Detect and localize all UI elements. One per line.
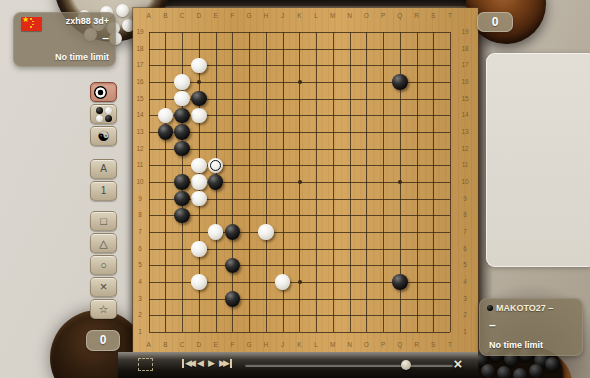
white-player-captures: – bbox=[102, 34, 109, 42]
x-mark-icon: × bbox=[100, 279, 108, 294]
coord-label-bottom: R bbox=[412, 341, 422, 349]
grid-line-h bbox=[149, 315, 450, 316]
stone-black-F7 bbox=[225, 224, 241, 240]
coord-label-left: 9 bbox=[135, 195, 145, 203]
stone-white-D9 bbox=[191, 191, 207, 207]
white-capture-counter: 0 bbox=[477, 12, 513, 32]
black-player-panel: MAKOTO27 – – No time limit bbox=[479, 298, 583, 356]
white-player-username: zxh88 bbox=[66, 16, 91, 26]
coord-label-right: 16 bbox=[460, 78, 470, 86]
coord-label-bottom: K bbox=[294, 341, 304, 349]
star-point bbox=[197, 80, 201, 84]
edit-toolbar: ☯ A 1 □ △ ○ × ☆ bbox=[90, 82, 117, 322]
coord-label-right: 9 bbox=[460, 195, 470, 203]
coord-label-bottom: M bbox=[328, 341, 338, 349]
coord-label-top: K bbox=[294, 12, 304, 20]
close-icon[interactable]: × bbox=[449, 355, 467, 373]
nav-next-button[interactable]: ▶ bbox=[208, 356, 215, 370]
mini-black-stone-icon bbox=[105, 115, 112, 122]
coord-label-top: H bbox=[261, 12, 271, 20]
stone-black-C13 bbox=[174, 124, 190, 140]
grid-line-v bbox=[316, 32, 317, 332]
go-client-window: ★ zxh88 3d+ – No time limit MAKOTO27 – –… bbox=[0, 0, 590, 378]
coord-label-left: 12 bbox=[135, 145, 145, 153]
prev-move-icon: ◀ bbox=[197, 356, 204, 370]
coord-label-left: 11 bbox=[135, 161, 145, 169]
bowl-black-stone bbox=[529, 364, 543, 378]
stone-black-D15 bbox=[191, 91, 207, 107]
coord-label-top: B bbox=[160, 12, 170, 20]
coord-label-left: 4 bbox=[135, 278, 145, 286]
bowl-white-stone bbox=[116, 4, 129, 17]
tool-play-move[interactable] bbox=[90, 82, 117, 102]
black-player-name: MAKOTO27 – bbox=[496, 303, 553, 313]
grid-line-v bbox=[366, 32, 367, 332]
coord-label-top: Q bbox=[395, 12, 405, 20]
coord-label-bottom: H bbox=[261, 341, 271, 349]
coord-label-top: P bbox=[378, 12, 388, 20]
stone-white-D11 bbox=[191, 158, 207, 174]
flag-star bbox=[32, 21, 34, 23]
last-move-circle-marker bbox=[210, 160, 221, 171]
coord-label-bottom: D bbox=[194, 341, 204, 349]
stone-black-Q16 bbox=[392, 74, 408, 90]
black-player-username: MAKOTO27 bbox=[496, 303, 546, 313]
grid-line-v bbox=[333, 32, 334, 332]
coord-label-top: R bbox=[412, 12, 422, 20]
coord-label-top: C bbox=[177, 12, 187, 20]
coord-label-top: E bbox=[211, 12, 221, 20]
coord-label-top: T bbox=[445, 12, 455, 20]
stone-black-Q4 bbox=[392, 274, 408, 290]
stone-white-E7 bbox=[208, 224, 224, 240]
stone-white-D14 bbox=[191, 108, 207, 124]
number-1-icon: 1 bbox=[101, 185, 107, 196]
stone-black-C9 bbox=[174, 191, 190, 207]
coord-label-bottom: J bbox=[278, 341, 288, 349]
coord-label-left: 1 bbox=[135, 328, 145, 336]
coord-label-left: 6 bbox=[135, 245, 145, 253]
mini-white-stone-icon bbox=[105, 107, 112, 114]
coord-label-right: 2 bbox=[460, 311, 470, 319]
black-player-time: No time limit bbox=[489, 340, 543, 350]
coord-label-bottom: G bbox=[244, 341, 254, 349]
black-player-rank: – bbox=[548, 303, 553, 313]
selection-box-icon[interactable] bbox=[138, 358, 153, 371]
mini-black-stone-icon bbox=[96, 107, 103, 114]
yin-yang-icon: ☯ bbox=[97, 128, 110, 144]
last-move-icon: ▶▶ bbox=[219, 356, 227, 370]
coord-label-top: S bbox=[428, 12, 438, 20]
coord-label-bottom: O bbox=[361, 341, 371, 349]
stone-black-E10 bbox=[208, 174, 224, 190]
coord-label-right: 10 bbox=[460, 178, 470, 186]
tool-toggle-color[interactable]: ☯ bbox=[90, 126, 117, 146]
flag-star bbox=[30, 26, 32, 28]
coord-label-left: 7 bbox=[135, 228, 145, 236]
coord-label-left: 5 bbox=[135, 261, 145, 269]
grid-line-v bbox=[433, 32, 434, 332]
black-player-captures: – bbox=[489, 321, 496, 329]
coord-label-bottom: F bbox=[227, 341, 237, 349]
coord-label-right: 8 bbox=[460, 211, 470, 219]
china-flag-icon: ★ bbox=[21, 17, 42, 31]
triangle-icon: △ bbox=[99, 237, 107, 249]
first-move-icon: ◀◀ bbox=[185, 356, 193, 370]
black-stone-icon bbox=[487, 305, 493, 311]
coord-label-left: 16 bbox=[135, 78, 145, 86]
nav-last-button[interactable]: ▶▶ bbox=[219, 356, 233, 370]
flag-star: ★ bbox=[22, 17, 29, 24]
go-board[interactable]: AA1919BB1818CC1717DD1616EE1515FF1414GG13… bbox=[133, 8, 478, 353]
coord-label-left: 15 bbox=[135, 95, 145, 103]
stone-black-C8 bbox=[174, 208, 190, 224]
tool-label-number[interactable]: 1 bbox=[90, 181, 117, 201]
black-capture-counter: 0 bbox=[86, 330, 120, 351]
bowl-black-stone bbox=[545, 357, 559, 371]
tool-label-letter[interactable]: A bbox=[90, 159, 117, 179]
stone-black-F3 bbox=[225, 291, 241, 307]
white-player-panel: ★ zxh88 3d+ – No time limit bbox=[13, 12, 116, 67]
coord-label-left: 8 bbox=[135, 211, 145, 219]
star-point bbox=[398, 180, 402, 184]
coord-label-top: G bbox=[244, 12, 254, 20]
tool-setup-stones[interactable] bbox=[90, 104, 117, 124]
stone-black-B13 bbox=[158, 124, 174, 140]
coord-label-bottom: P bbox=[378, 341, 388, 349]
stone-black-C12 bbox=[174, 141, 190, 157]
grid-line-h bbox=[149, 332, 450, 333]
tool-mark-x[interactable]: × bbox=[90, 277, 117, 297]
game-info-panel bbox=[486, 53, 590, 267]
grid-line-h bbox=[149, 215, 450, 216]
coord-label-right: 12 bbox=[460, 145, 470, 153]
star-point bbox=[298, 80, 302, 84]
stone-white-D6 bbox=[191, 241, 207, 257]
star-point bbox=[298, 280, 302, 284]
letter-a-icon: A bbox=[100, 163, 107, 174]
coord-label-top: M bbox=[328, 12, 338, 20]
tool-mark-square[interactable]: □ bbox=[90, 211, 117, 231]
coord-label-right: 3 bbox=[460, 295, 470, 303]
grid-line-v bbox=[417, 32, 418, 332]
bar-icon bbox=[230, 359, 232, 368]
coord-label-bottom: B bbox=[160, 341, 170, 349]
move-navigation-bar: ◀◀ ◀ ▶ ▶▶ × bbox=[118, 352, 478, 378]
bowl-black-stone bbox=[513, 368, 527, 378]
stone-white-C16 bbox=[174, 74, 190, 90]
coord-label-bottom: T bbox=[445, 341, 455, 349]
stone-white-C15 bbox=[174, 91, 190, 107]
coord-label-top: A bbox=[144, 12, 154, 20]
tool-mark-circle[interactable]: ○ bbox=[90, 255, 117, 275]
coord-label-left: 10 bbox=[135, 178, 145, 186]
coord-label-left: 17 bbox=[135, 61, 145, 69]
coord-label-left: 3 bbox=[135, 295, 145, 303]
tool-mark-star[interactable]: ☆ bbox=[90, 299, 117, 319]
coord-label-bottom: Q bbox=[395, 341, 405, 349]
coord-label-right: 11 bbox=[460, 161, 470, 169]
circle-icon: ○ bbox=[100, 259, 107, 271]
coord-label-right: 19 bbox=[460, 28, 470, 36]
white-player-time: No time limit bbox=[55, 52, 109, 62]
coord-label-bottom: S bbox=[428, 341, 438, 349]
stone-black-C10 bbox=[174, 174, 190, 190]
coord-label-right: 5 bbox=[460, 261, 470, 269]
coord-label-bottom: L bbox=[311, 341, 321, 349]
coord-label-right: 13 bbox=[460, 128, 470, 136]
coord-label-left: 2 bbox=[135, 311, 145, 319]
stone-black-C14 bbox=[174, 108, 190, 124]
coord-label-right: 4 bbox=[460, 278, 470, 286]
coord-label-right: 6 bbox=[460, 245, 470, 253]
white-player-rank: 3d+ bbox=[93, 16, 109, 26]
square-icon: □ bbox=[100, 215, 107, 227]
star-point bbox=[298, 180, 302, 184]
coord-label-top: D bbox=[194, 12, 204, 20]
nav-first-button[interactable]: ◀◀ bbox=[181, 356, 193, 370]
coord-label-right: 18 bbox=[460, 45, 470, 53]
bar-icon bbox=[182, 359, 184, 368]
coord-label-top: F bbox=[227, 12, 237, 20]
coord-label-right: 1 bbox=[460, 328, 470, 336]
coord-label-bottom: N bbox=[345, 341, 355, 349]
move-slider-handle[interactable] bbox=[401, 360, 411, 370]
stone-white-B14 bbox=[158, 108, 174, 124]
grid-line-v bbox=[350, 32, 351, 332]
stone-white-D4 bbox=[191, 274, 207, 290]
grid-line-h bbox=[149, 299, 450, 300]
white-player-name: zxh88 3d+ bbox=[66, 16, 109, 26]
coord-label-top: L bbox=[311, 12, 321, 20]
grid-line-v bbox=[450, 32, 451, 332]
bowl-black-stone bbox=[497, 366, 511, 378]
stone-white-E11 bbox=[208, 158, 224, 174]
coord-label-top: N bbox=[345, 12, 355, 20]
stone-white-J4 bbox=[275, 274, 291, 290]
tool-mark-triangle[interactable]: △ bbox=[90, 233, 117, 253]
stone-white-H7 bbox=[258, 224, 274, 240]
coord-label-left: 13 bbox=[135, 128, 145, 136]
coord-label-left: 18 bbox=[135, 45, 145, 53]
coord-label-right: 17 bbox=[460, 61, 470, 69]
stone-black-F5 bbox=[225, 258, 241, 274]
coord-label-top: O bbox=[361, 12, 371, 20]
coord-label-right: 14 bbox=[460, 111, 470, 119]
coord-label-bottom: E bbox=[211, 341, 221, 349]
grid-line-h bbox=[149, 265, 450, 266]
coord-label-right: 15 bbox=[460, 95, 470, 103]
move-slider-track[interactable] bbox=[245, 364, 453, 367]
nav-prev-button[interactable]: ◀ bbox=[197, 356, 204, 370]
coord-label-left: 19 bbox=[135, 28, 145, 36]
grid-line-h bbox=[149, 232, 450, 233]
grid-line-v bbox=[383, 32, 384, 332]
next-move-icon: ▶ bbox=[208, 356, 215, 370]
star-icon: ☆ bbox=[99, 303, 109, 315]
coord-label-top: J bbox=[278, 12, 288, 20]
stone-white-D17 bbox=[191, 58, 207, 74]
coord-label-bottom: A bbox=[144, 341, 154, 349]
black-stone-circle-icon bbox=[94, 86, 107, 99]
coord-label-right: 7 bbox=[460, 228, 470, 236]
mini-white-stone-icon bbox=[96, 115, 103, 122]
flag-star bbox=[30, 18, 32, 20]
stone-white-D10 bbox=[191, 174, 207, 190]
bowl-black-stone bbox=[481, 364, 495, 378]
coord-label-bottom: C bbox=[177, 341, 187, 349]
coord-label-left: 14 bbox=[135, 111, 145, 119]
flag-star bbox=[32, 24, 34, 26]
